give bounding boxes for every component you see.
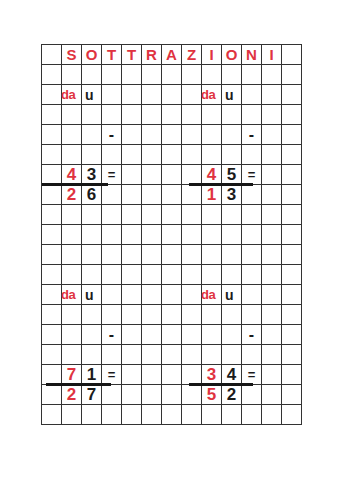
grid-cell [62, 405, 82, 425]
grid-cell [182, 225, 202, 245]
grid-cell [282, 145, 302, 165]
grid-cell [122, 365, 142, 385]
grid-cell [162, 165, 182, 185]
title-letter: Z [182, 45, 202, 65]
grid-cell [162, 85, 182, 105]
grid-cell [42, 325, 62, 345]
grid-cell [142, 225, 162, 245]
grid-cell [42, 265, 62, 285]
grid-cell [262, 265, 282, 285]
grid-cell [202, 345, 222, 365]
digit: 6 [82, 185, 102, 205]
grid-cell [222, 265, 242, 285]
grid-cell [202, 265, 222, 285]
digit: 1 [82, 365, 102, 385]
grid-cell [102, 225, 122, 245]
grid-cell [222, 145, 242, 165]
grid-cell [282, 325, 302, 345]
grid-cell [182, 65, 202, 85]
grid-cell [282, 305, 302, 325]
grid-cell [142, 285, 162, 305]
grid-cell [242, 185, 262, 205]
grid-cell [282, 185, 302, 205]
grid-cell [162, 365, 182, 385]
equals-sign: = [102, 365, 122, 385]
grid-cell [242, 305, 262, 325]
grid-cell [122, 165, 142, 185]
grid-cell [242, 65, 262, 85]
grid-cell [222, 325, 242, 345]
grid-cell [242, 265, 262, 285]
grid-cell [82, 225, 102, 245]
grid-cell [162, 305, 182, 325]
equals-sign: = [102, 165, 122, 185]
digit: 7 [82, 385, 102, 405]
grid-cell [162, 285, 182, 305]
grid-cell [182, 385, 202, 405]
title-letter: O [82, 45, 102, 65]
grid-cell [82, 125, 102, 145]
grid-cell [222, 305, 242, 325]
grid-cell [122, 345, 142, 365]
minus-sign: - [102, 125, 122, 145]
digit: 4 [202, 165, 222, 185]
grid-cell [242, 245, 262, 265]
grid-cell [222, 205, 242, 225]
grid-cell [62, 145, 82, 165]
grid-cell [142, 405, 162, 425]
grid-cell [122, 265, 142, 285]
grid-cell [282, 285, 302, 305]
grid-cell [102, 265, 122, 285]
grid-cell [62, 345, 82, 365]
grid-cell [42, 245, 62, 265]
grid-cell [122, 405, 142, 425]
grid-cell [242, 285, 262, 305]
grid-cell [102, 405, 122, 425]
minus-sign: - [242, 325, 262, 345]
grid-cell [202, 325, 222, 345]
subtraction-bar [46, 383, 111, 386]
grid-cell [242, 85, 262, 105]
grid-cell [182, 345, 202, 365]
grid-cell [202, 405, 222, 425]
grid-cell [42, 345, 62, 365]
digit: 3 [222, 185, 242, 205]
grid-cell [262, 65, 282, 85]
grid-cell [182, 105, 202, 125]
grid-cell [162, 65, 182, 85]
grid-cell [222, 125, 242, 145]
grid-cell [262, 205, 282, 225]
grid-cell [182, 405, 202, 425]
grid-cell [162, 325, 182, 345]
grid-cell [102, 245, 122, 265]
grid-cell [202, 105, 222, 125]
grid-cell [142, 165, 162, 185]
grid-cell [182, 265, 202, 285]
grid-cell [282, 365, 302, 385]
grid-cell [82, 105, 102, 125]
grid-cell [182, 185, 202, 205]
grid-cell [162, 405, 182, 425]
grid-cell [62, 65, 82, 85]
grid-cell [282, 225, 302, 245]
grid-cell [202, 205, 222, 225]
grid-cell [262, 85, 282, 105]
title-letter: A [162, 45, 182, 65]
grid-cell [262, 385, 282, 405]
grid-cell [42, 45, 62, 65]
grid-cell [62, 205, 82, 225]
grid-cell [82, 205, 102, 225]
grid-cell [142, 305, 162, 325]
grid-cell [82, 145, 102, 165]
grid-cell [262, 105, 282, 125]
grid-cell [142, 125, 162, 145]
grid-cell [62, 265, 82, 285]
grid-cell [142, 105, 162, 125]
grid-cell [42, 125, 62, 145]
grid-cell [62, 225, 82, 245]
grid-cell [282, 45, 302, 65]
grid-cell [122, 185, 142, 205]
grid-cell [42, 305, 62, 325]
header-u: u [222, 85, 242, 105]
grid-cell [42, 85, 62, 105]
grid-cell [282, 165, 302, 185]
grid-cell [122, 385, 142, 405]
digit: 2 [222, 385, 242, 405]
grid-cell [62, 305, 82, 325]
grid-cell [182, 325, 202, 345]
grid-cell [182, 305, 202, 325]
grid-cell [142, 325, 162, 345]
equals-sign: = [242, 165, 262, 185]
grid-cell [182, 365, 202, 385]
grid-cell [262, 305, 282, 325]
grid-cell [262, 325, 282, 345]
grid-cell [142, 185, 162, 205]
grid-cell [282, 125, 302, 145]
grid-cell [122, 125, 142, 145]
grid-cell [182, 125, 202, 145]
digit: 2 [62, 385, 82, 405]
grid-cell [42, 165, 62, 185]
grid-cell [202, 125, 222, 145]
grid-cell [102, 205, 122, 225]
digit: 2 [62, 185, 82, 205]
grid-cell [162, 385, 182, 405]
grid-cell [222, 225, 242, 245]
grid-cell [282, 265, 302, 285]
grid-cell [162, 345, 182, 365]
grid-cell [162, 145, 182, 165]
grid-cell [162, 185, 182, 205]
title-letter: S [62, 45, 82, 65]
grid-cell [42, 205, 62, 225]
worksheet-grid: SOTTRAZIONIdaudau--43=45=2613daudau--71=… [41, 44, 302, 425]
grid-cell [122, 225, 142, 245]
grid-cell [82, 305, 102, 325]
grid-cell [122, 285, 142, 305]
grid-cell [42, 105, 62, 125]
grid-cell [102, 305, 122, 325]
grid-cell [122, 325, 142, 345]
digit: 7 [62, 365, 82, 385]
grid-cell [82, 345, 102, 365]
title-letter: T [122, 45, 142, 65]
grid-cell [262, 145, 282, 165]
grid-cell [142, 245, 162, 265]
grid-cell [222, 345, 242, 365]
worksheet-page: SOTTRAZIONIdaudau--43=45=2613daudau--71=… [0, 0, 340, 480]
grid-cell [82, 405, 102, 425]
grid-cell [222, 65, 242, 85]
grid-cell [262, 345, 282, 365]
digit: 5 [222, 165, 242, 185]
grid-cell [282, 65, 302, 85]
grid-cell [42, 185, 62, 205]
grid-cell [122, 65, 142, 85]
grid-cell [182, 245, 202, 265]
grid-cell [242, 385, 262, 405]
grid-cell [282, 205, 302, 225]
grid-cell [282, 245, 302, 265]
digit: 3 [202, 365, 222, 385]
grid-cell [262, 365, 282, 385]
header-u: u [222, 285, 242, 305]
digit: 4 [62, 165, 82, 185]
grid-cell [202, 305, 222, 325]
grid-cell [262, 165, 282, 185]
grid-cell [122, 105, 142, 125]
grid-cell [102, 285, 122, 305]
grid-cell [122, 305, 142, 325]
grid-cell [82, 325, 102, 345]
grid-cell [142, 365, 162, 385]
title-letter: I [262, 45, 282, 65]
grid-cell [142, 265, 162, 285]
grid-cell [122, 205, 142, 225]
grid-cell [142, 205, 162, 225]
digit: 1 [202, 185, 222, 205]
subtraction-bar [42, 183, 108, 186]
grid-cell [142, 345, 162, 365]
equals-sign: = [242, 365, 262, 385]
grid-cell [102, 65, 122, 85]
grid-cell [182, 165, 202, 185]
grid-cell [82, 245, 102, 265]
grid-cell [42, 285, 62, 305]
subtraction-bar [189, 183, 253, 186]
grid-cell [202, 245, 222, 265]
grid-cell [242, 345, 262, 365]
title-letter: N [242, 45, 262, 65]
grid-cell [282, 85, 302, 105]
grid-cell [182, 205, 202, 225]
grid-cell [262, 225, 282, 245]
grid-cell [262, 285, 282, 305]
grid-cell [162, 125, 182, 145]
grid-cell [102, 185, 122, 205]
title-letter: T [102, 45, 122, 65]
grid-cell [202, 145, 222, 165]
grid-cell [182, 145, 202, 165]
header-da: da [201, 85, 222, 105]
grid-cell [282, 385, 302, 405]
digit: 4 [222, 365, 242, 385]
grid-cell [62, 325, 82, 345]
grid-cell [102, 145, 122, 165]
grid-cell [162, 205, 182, 225]
header-u: u [82, 285, 102, 305]
grid-cell [142, 85, 162, 105]
digit: 3 [82, 165, 102, 185]
grid-cell [242, 205, 262, 225]
grid-cell [242, 105, 262, 125]
subtraction-bar [189, 383, 253, 386]
grid-cell [82, 65, 102, 85]
grid-cell [62, 245, 82, 265]
grid-cell [42, 145, 62, 165]
grid-cell [182, 85, 202, 105]
grid-cell [122, 85, 142, 105]
grid-cell [282, 105, 302, 125]
grid-cell [102, 345, 122, 365]
grid-cell [162, 265, 182, 285]
grid-cell [242, 145, 262, 165]
title-letter: I [202, 45, 222, 65]
grid-cell [42, 65, 62, 85]
grid-cell [162, 245, 182, 265]
grid-cell [262, 405, 282, 425]
grid-cell [162, 105, 182, 125]
grid-cell [102, 385, 122, 405]
grid-cell [202, 225, 222, 245]
grid-cell [182, 285, 202, 305]
grid-cell [142, 385, 162, 405]
grid-cell [222, 105, 242, 125]
grid-cell [282, 405, 302, 425]
grid-cell [62, 105, 82, 125]
grid-cell [42, 385, 62, 405]
grid-cell [42, 405, 62, 425]
grid-cell [262, 245, 282, 265]
grid-cell [202, 65, 222, 85]
header-da: da [61, 285, 82, 305]
grid-cell [222, 245, 242, 265]
minus-sign: - [242, 125, 262, 145]
grid-cell [242, 225, 262, 245]
grid-cell [262, 125, 282, 145]
grid-cell [82, 265, 102, 285]
grid-cell [222, 405, 242, 425]
grid-cell [42, 365, 62, 385]
digit: 5 [202, 385, 222, 405]
grid-cell [122, 145, 142, 165]
header-u: u [82, 85, 102, 105]
grid-cell [162, 225, 182, 245]
grid-cell [142, 65, 162, 85]
grid-cell [122, 245, 142, 265]
header-da: da [201, 285, 222, 305]
header-da: da [61, 85, 82, 105]
grid-cell [282, 345, 302, 365]
grid-cell [102, 105, 122, 125]
title-letter: R [142, 45, 162, 65]
title-letter: O [222, 45, 242, 65]
grid-cell [142, 145, 162, 165]
grid-cell [42, 225, 62, 245]
grid-cell [262, 185, 282, 205]
grid-cell [102, 85, 122, 105]
grid-cell [62, 125, 82, 145]
grid-cell [242, 405, 262, 425]
minus-sign: - [102, 325, 122, 345]
